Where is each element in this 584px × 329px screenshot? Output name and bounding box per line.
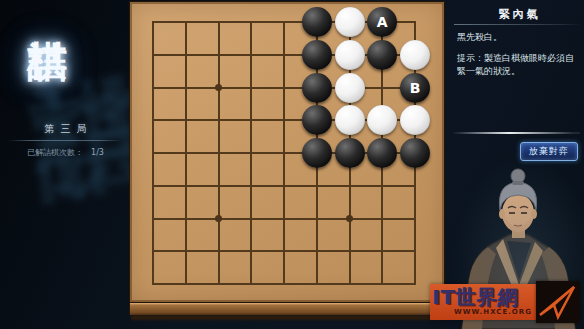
star-point [346,215,353,222]
move-option-a[interactable]: A [367,7,397,37]
black-stone [335,138,365,168]
sidebar-divider [8,140,122,141]
round-label: 第三局 [0,122,131,136]
progress-value: 1/3 [91,148,104,157]
board-front-edge [129,303,445,315]
white-stone [400,40,430,70]
black-stone [302,105,332,135]
white-stone [335,105,365,135]
progress-row: 已解詰棋次數：1/3 [0,147,131,158]
black-stone [367,138,397,168]
game-screen: 詰棋 詰棋 第三局 已解詰棋次數：1/3 AB 緊內氣 黑先殺白。 提示：製造白… [0,0,584,329]
black-stone [302,40,332,70]
panel-title: 緊內氣 [452,7,584,22]
black-stone [400,138,430,168]
watermark: IT世界網 WWW.HXCE.ORG [430,281,580,323]
white-stone [367,105,397,135]
grid-line-horizontal [152,283,416,285]
white-stone [335,40,365,70]
star-point [215,84,222,91]
grid-line-vertical [283,21,285,285]
black-stone [302,7,332,37]
panel-title-underline [454,24,582,25]
star-point [215,215,222,222]
grid-line-horizontal [152,250,416,252]
go-board-grid[interactable]: AB [153,22,415,284]
black-stone [302,73,332,103]
progress-label: 已解詰棋次數： [27,148,83,157]
grid-line-horizontal [152,185,416,187]
watermark-plane-icon [536,281,580,323]
go-board: AB [129,1,447,321]
objective-text: 黑先殺白。 [457,31,581,44]
hint-text: 提示：製造白棋做眼時必須自緊一氣的狀況。 [457,52,581,78]
board-shadow [131,315,443,320]
grid-line-horizontal [152,218,416,220]
move-option-b[interactable]: B [400,73,430,103]
black-stone [367,40,397,70]
sidebar: 詰棋 詰棋 第三局 已解詰棋次數：1/3 [0,0,131,329]
white-stone [335,7,365,37]
black-stone [302,138,332,168]
white-stone [335,73,365,103]
panel-divider [452,132,580,134]
puzzle-title-vertical: 詰棋 [26,8,70,118]
